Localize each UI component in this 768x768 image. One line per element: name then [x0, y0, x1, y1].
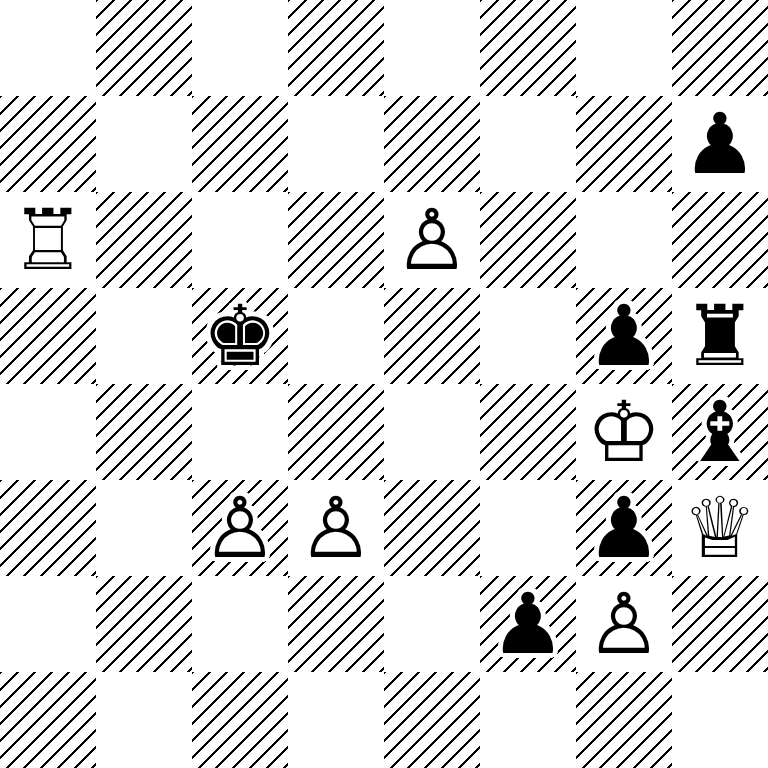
square-d3[interactable]: ♟♙: [288, 480, 384, 576]
white-pawn-glyph: ♙: [384, 192, 480, 288]
chess-board: ♟♟♜♖♟♙♚♚♟♟♜♜♚♔♝♝♟♙♟♙♟♟♛♕♟♟♟♙: [0, 0, 768, 768]
square-g8[interactable]: [576, 0, 672, 96]
piece-black-rook: ♜♜: [672, 288, 768, 384]
square-a8[interactable]: [0, 0, 96, 96]
square-h7[interactable]: ♟♟: [672, 96, 768, 192]
square-a4[interactable]: [0, 384, 96, 480]
square-h3[interactable]: ♛♕: [672, 480, 768, 576]
square-e2[interactable]: [384, 576, 480, 672]
square-f8[interactable]: [480, 0, 576, 96]
piece-white-pawn: ♟♙: [576, 576, 672, 672]
square-c8[interactable]: [192, 0, 288, 96]
square-g4[interactable]: ♚♔: [576, 384, 672, 480]
square-g5[interactable]: ♟♟: [576, 288, 672, 384]
square-e5[interactable]: [384, 288, 480, 384]
piece-white-pawn: ♟♙: [288, 480, 384, 576]
square-a2[interactable]: [0, 576, 96, 672]
white-queen-glyph: ♕: [672, 480, 768, 576]
square-e1[interactable]: [384, 672, 480, 768]
black-pawn-glyph: ♟: [576, 288, 672, 384]
square-h2[interactable]: [672, 576, 768, 672]
square-a7[interactable]: [0, 96, 96, 192]
square-b1[interactable]: [96, 672, 192, 768]
piece-white-rook: ♜♖: [0, 192, 96, 288]
square-c4[interactable]: [192, 384, 288, 480]
square-a1[interactable]: [0, 672, 96, 768]
square-g1[interactable]: [576, 672, 672, 768]
square-h5[interactable]: ♜♜: [672, 288, 768, 384]
square-c3[interactable]: ♟♙: [192, 480, 288, 576]
square-b3[interactable]: [96, 480, 192, 576]
black-king-glyph: ♚: [192, 288, 288, 384]
piece-white-king: ♚♔: [576, 384, 672, 480]
piece-black-king: ♚♚: [192, 288, 288, 384]
square-c1[interactable]: [192, 672, 288, 768]
black-pawn-glyph: ♟: [576, 480, 672, 576]
square-e3[interactable]: [384, 480, 480, 576]
square-f5[interactable]: [480, 288, 576, 384]
square-b2[interactable]: [96, 576, 192, 672]
square-d1[interactable]: [288, 672, 384, 768]
square-f3[interactable]: [480, 480, 576, 576]
square-b7[interactable]: [96, 96, 192, 192]
piece-black-pawn: ♟♟: [576, 480, 672, 576]
square-g7[interactable]: [576, 96, 672, 192]
piece-black-bishop: ♝♝: [672, 384, 768, 480]
square-b8[interactable]: [96, 0, 192, 96]
piece-black-pawn: ♟♟: [672, 96, 768, 192]
square-f1[interactable]: [480, 672, 576, 768]
piece-black-pawn: ♟♟: [576, 288, 672, 384]
square-a5[interactable]: [0, 288, 96, 384]
square-c7[interactable]: [192, 96, 288, 192]
square-d7[interactable]: [288, 96, 384, 192]
square-c6[interactable]: [192, 192, 288, 288]
square-h1[interactable]: [672, 672, 768, 768]
square-e8[interactable]: [384, 0, 480, 96]
piece-white-queen: ♛♕: [672, 480, 768, 576]
square-b6[interactable]: [96, 192, 192, 288]
square-g3[interactable]: ♟♟: [576, 480, 672, 576]
piece-black-pawn: ♟♟: [480, 576, 576, 672]
square-b4[interactable]: [96, 384, 192, 480]
piece-white-pawn: ♟♙: [384, 192, 480, 288]
white-pawn-glyph: ♙: [192, 480, 288, 576]
black-pawn-glyph: ♟: [672, 96, 768, 192]
square-f4[interactable]: [480, 384, 576, 480]
square-g2[interactable]: ♟♙: [576, 576, 672, 672]
square-h8[interactable]: [672, 0, 768, 96]
black-rook-glyph: ♜: [672, 288, 768, 384]
white-rook-glyph: ♖: [0, 192, 96, 288]
square-e4[interactable]: [384, 384, 480, 480]
square-a3[interactable]: [0, 480, 96, 576]
square-h6[interactable]: [672, 192, 768, 288]
white-king-glyph: ♔: [576, 384, 672, 480]
square-d2[interactable]: [288, 576, 384, 672]
black-bishop-glyph: ♝: [672, 384, 768, 480]
square-d5[interactable]: [288, 288, 384, 384]
square-d8[interactable]: [288, 0, 384, 96]
square-g6[interactable]: [576, 192, 672, 288]
square-b5[interactable]: [96, 288, 192, 384]
white-pawn-glyph: ♙: [576, 576, 672, 672]
square-f6[interactable]: [480, 192, 576, 288]
white-pawn-glyph: ♙: [288, 480, 384, 576]
black-pawn-glyph: ♟: [480, 576, 576, 672]
square-h4[interactable]: ♝♝: [672, 384, 768, 480]
square-f2[interactable]: ♟♟: [480, 576, 576, 672]
square-c5[interactable]: ♚♚: [192, 288, 288, 384]
square-d4[interactable]: [288, 384, 384, 480]
square-e7[interactable]: [384, 96, 480, 192]
piece-white-pawn: ♟♙: [192, 480, 288, 576]
square-d6[interactable]: [288, 192, 384, 288]
square-f7[interactable]: [480, 96, 576, 192]
square-e6[interactable]: ♟♙: [384, 192, 480, 288]
square-a6[interactable]: ♜♖: [0, 192, 96, 288]
square-c2[interactable]: [192, 576, 288, 672]
